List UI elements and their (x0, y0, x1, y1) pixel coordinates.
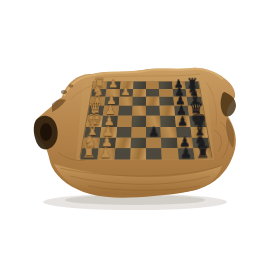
board-cell[interactable] (161, 127, 177, 138)
board-cell[interactable] (114, 148, 131, 159)
left-knot-core (40, 123, 52, 141)
board-cell[interactable]: ♜ (193, 148, 212, 159)
board-cell[interactable] (146, 148, 162, 159)
board-cell[interactable] (118, 97, 132, 106)
chess-piece-bP[interactable]: ♟ (148, 125, 159, 138)
board-cell[interactable]: ♟ (119, 89, 133, 97)
board-cell[interactable]: ♟ (146, 127, 161, 138)
board-cell[interactable] (159, 97, 173, 106)
chess-piece-bR[interactable]: ♜ (196, 144, 210, 160)
chess-piece-wP[interactable]: ♟ (121, 86, 131, 97)
board-cell[interactable] (133, 89, 146, 97)
board-cell[interactable] (146, 81, 159, 88)
board-cell[interactable]: ♟ (98, 148, 115, 159)
chess-piece-wP[interactable]: ♟ (100, 146, 112, 160)
board-cell[interactable] (146, 138, 162, 149)
chess-piece-wP[interactable]: ♟ (108, 78, 118, 89)
bark-spot (69, 84, 74, 88)
board-cell[interactable] (131, 116, 146, 127)
board-cell[interactable] (159, 81, 172, 88)
board-cell[interactable] (117, 106, 132, 116)
chess-piece-bP[interactable]: ♟ (177, 115, 188, 127)
board-cell[interactable] (159, 89, 173, 97)
board-cell[interactable] (146, 89, 159, 97)
board-cell[interactable] (146, 106, 160, 116)
board-cell[interactable] (131, 127, 146, 138)
chess-piece-bP[interactable]: ♟ (180, 146, 192, 160)
product-photo-stage: ♜♟♟♜♞♟♟♞♝♟♟♝♛♟♟♛♚♟♟♚♝♟♟♝♞♟♟♞♜♟♟♜ (0, 0, 260, 260)
board-cell[interactable]: ♟ (107, 81, 121, 88)
board-cell[interactable]: ♟ (177, 148, 194, 159)
chess-board[interactable]: ♜♟♟♜♞♟♟♞♝♟♟♝♛♟♟♛♚♟♟♚♝♟♟♝♞♟♟♞♜♟♟♜ (81, 81, 211, 156)
board-cell[interactable] (132, 97, 146, 106)
board-cell[interactable] (162, 148, 179, 159)
board-cell[interactable]: ♜ (80, 148, 99, 159)
board-cell[interactable] (161, 138, 177, 149)
board-cell[interactable] (115, 138, 131, 149)
board-cell[interactable] (130, 138, 146, 149)
board-cell[interactable] (160, 106, 175, 116)
chess-piece-wR[interactable]: ♜ (82, 144, 96, 160)
board-cell[interactable]: ♟ (175, 116, 191, 127)
bark-spot (61, 90, 67, 94)
board-cell[interactable] (133, 81, 146, 88)
board-cell[interactable] (116, 116, 131, 127)
board-cell[interactable] (132, 106, 146, 116)
chess-board-area: ♜♟♟♜♞♟♟♞♝♟♟♝♛♟♟♛♚♟♟♚♝♟♟♝♞♟♟♞♜♟♟♜ (88, 57, 204, 173)
board-cell[interactable] (146, 97, 160, 106)
board-cell[interactable] (160, 116, 175, 127)
board-cell[interactable] (130, 148, 146, 159)
board-cell[interactable] (116, 127, 132, 138)
